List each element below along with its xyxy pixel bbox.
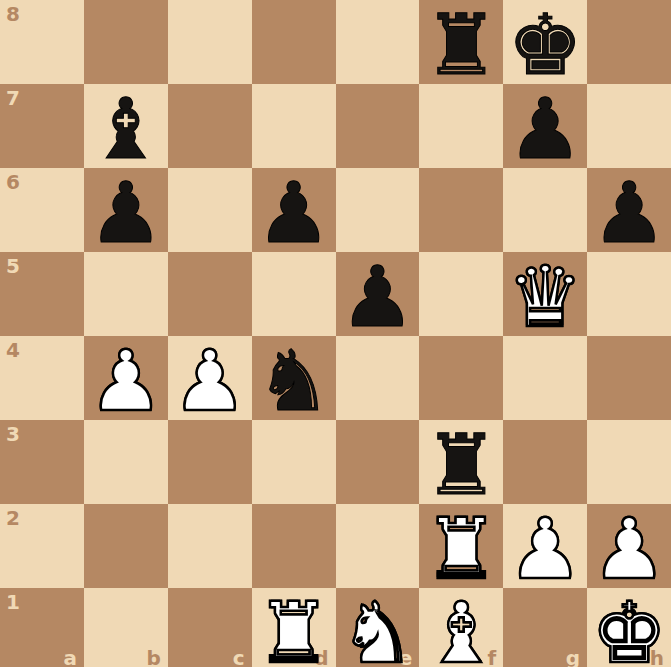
square-e5[interactable]: ♟︎	[336, 252, 420, 336]
square-c4[interactable]: ♟︎	[168, 336, 252, 420]
square-f7[interactable]	[419, 84, 503, 168]
rank-label-3: 3	[6, 424, 20, 444]
black-pawn-piece[interactable]: ♟︎	[256, 171, 331, 255]
square-c8[interactable]	[168, 0, 252, 84]
square-b3[interactable]	[84, 420, 168, 504]
square-d4[interactable]: ♞︎	[252, 336, 336, 420]
square-e7[interactable]	[336, 84, 420, 168]
square-d5[interactable]	[252, 252, 336, 336]
chess-board: 8♜︎♚︎7♝︎♟︎6♟︎♟︎♟︎5♟︎♛︎4♟︎♟︎♞︎3♜︎2♜︎♟︎♟︎1…	[0, 0, 671, 667]
white-pawn-piece[interactable]: ♟︎	[172, 339, 247, 423]
square-b4[interactable]: ♟︎	[84, 336, 168, 420]
rank-label-6: 6	[6, 172, 20, 192]
square-a6[interactable]: 6	[0, 168, 84, 252]
chess-board-wrapper: 8♜︎♚︎7♝︎♟︎6♟︎♟︎♟︎5♟︎♛︎4♟︎♟︎♞︎3♜︎2♜︎♟︎♟︎1…	[0, 0, 671, 667]
square-c7[interactable]	[168, 84, 252, 168]
white-pawn-piece[interactable]: ♟︎	[88, 339, 163, 423]
white-king-piece[interactable]: ♚︎	[591, 591, 666, 667]
square-a1[interactable]: 1a	[0, 588, 84, 667]
rank-label-5: 5	[6, 256, 20, 276]
square-f4[interactable]	[419, 336, 503, 420]
square-e6[interactable]	[336, 168, 420, 252]
square-a8[interactable]: 8	[0, 0, 84, 84]
black-pawn-piece[interactable]: ♟︎	[591, 171, 666, 255]
square-d2[interactable]	[252, 504, 336, 588]
square-e2[interactable]	[336, 504, 420, 588]
square-c3[interactable]	[168, 420, 252, 504]
file-label-b: b	[146, 648, 160, 667]
black-king-piece[interactable]: ♚︎	[508, 3, 583, 87]
square-g2[interactable]: ♟︎	[503, 504, 587, 588]
square-g7[interactable]: ♟︎	[503, 84, 587, 168]
square-c5[interactable]	[168, 252, 252, 336]
white-knight-piece[interactable]: ♞︎	[340, 591, 415, 667]
file-label-g: g	[566, 648, 580, 667]
square-d8[interactable]	[252, 0, 336, 84]
square-g4[interactable]	[503, 336, 587, 420]
square-b2[interactable]	[84, 504, 168, 588]
square-g8[interactable]: ♚︎	[503, 0, 587, 84]
square-d1[interactable]: d♜︎	[252, 588, 336, 667]
white-rook-piece[interactable]: ♜︎	[256, 591, 331, 667]
square-f2[interactable]: ♜︎	[419, 504, 503, 588]
square-f3[interactable]: ♜︎	[419, 420, 503, 504]
square-g3[interactable]	[503, 420, 587, 504]
rank-label-7: 7	[6, 88, 20, 108]
square-a5[interactable]: 5	[0, 252, 84, 336]
black-bishop-piece[interactable]: ♝︎	[88, 87, 163, 171]
black-knight-piece[interactable]: ♞︎	[256, 339, 331, 423]
square-g6[interactable]	[503, 168, 587, 252]
square-d3[interactable]	[252, 420, 336, 504]
square-h5[interactable]	[587, 252, 671, 336]
square-h3[interactable]	[587, 420, 671, 504]
file-label-a: a	[63, 648, 77, 667]
square-h4[interactable]	[587, 336, 671, 420]
square-c1[interactable]: c	[168, 588, 252, 667]
square-a4[interactable]: 4	[0, 336, 84, 420]
square-h8[interactable]	[587, 0, 671, 84]
white-rook-piece[interactable]: ♜︎	[424, 507, 499, 591]
square-b6[interactable]: ♟︎	[84, 168, 168, 252]
square-d6[interactable]: ♟︎	[252, 168, 336, 252]
square-f6[interactable]	[419, 168, 503, 252]
square-b7[interactable]: ♝︎	[84, 84, 168, 168]
square-f1[interactable]: f♝︎	[419, 588, 503, 667]
rank-label-1: 1	[6, 592, 20, 612]
square-b1[interactable]: b	[84, 588, 168, 667]
square-a7[interactable]: 7	[0, 84, 84, 168]
white-bishop-piece[interactable]: ♝︎	[424, 591, 499, 667]
black-pawn-piece[interactable]: ♟︎	[88, 171, 163, 255]
black-rook-piece[interactable]: ♜︎	[424, 423, 499, 507]
square-g1[interactable]: g	[503, 588, 587, 667]
square-c6[interactable]	[168, 168, 252, 252]
square-h7[interactable]	[587, 84, 671, 168]
rank-label-8: 8	[6, 4, 20, 24]
white-queen-piece[interactable]: ♛︎	[508, 255, 583, 339]
square-a2[interactable]: 2	[0, 504, 84, 588]
rank-label-4: 4	[6, 340, 20, 360]
square-b8[interactable]	[84, 0, 168, 84]
square-b5[interactable]	[84, 252, 168, 336]
white-pawn-piece[interactable]: ♟︎	[591, 507, 666, 591]
square-c2[interactable]	[168, 504, 252, 588]
rank-label-2: 2	[6, 508, 20, 528]
black-pawn-piece[interactable]: ♟︎	[340, 255, 415, 339]
square-f5[interactable]	[419, 252, 503, 336]
black-rook-piece[interactable]: ♜︎	[424, 3, 499, 87]
square-h6[interactable]: ♟︎	[587, 168, 671, 252]
square-e1[interactable]: e♞︎	[336, 588, 420, 667]
square-a3[interactable]: 3	[0, 420, 84, 504]
square-e8[interactable]	[336, 0, 420, 84]
black-pawn-piece[interactable]: ♟︎	[508, 87, 583, 171]
square-h1[interactable]: h♚︎	[587, 588, 671, 667]
square-g5[interactable]: ♛︎	[503, 252, 587, 336]
square-e4[interactable]	[336, 336, 420, 420]
square-d7[interactable]	[252, 84, 336, 168]
white-pawn-piece[interactable]: ♟︎	[508, 507, 583, 591]
file-label-c: c	[233, 648, 245, 667]
square-h2[interactable]: ♟︎	[587, 504, 671, 588]
square-e3[interactable]	[336, 420, 420, 504]
square-f8[interactable]: ♜︎	[419, 0, 503, 84]
